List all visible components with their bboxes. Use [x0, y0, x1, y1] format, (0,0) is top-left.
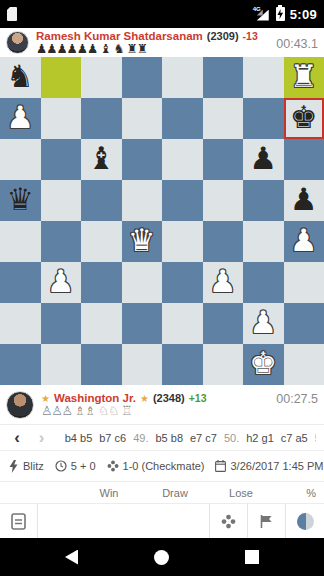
- square-b3[interactable]: ♟: [41, 262, 82, 303]
- square-b5[interactable]: [41, 180, 82, 221]
- document-icon: [11, 513, 26, 530]
- move-number: 49.: [133, 432, 148, 444]
- player-rating-black: (2309): [207, 30, 239, 42]
- clock-black: 00:43.1: [276, 37, 318, 51]
- home-button-icon[interactable]: [154, 550, 169, 565]
- status-bar: 4G 5:09: [0, 0, 324, 28]
- back-button-icon[interactable]: [65, 550, 78, 565]
- date-label: 3/26/2017 1:45 PM: [230, 460, 323, 472]
- move[interactable]: b4 b5: [65, 432, 93, 444]
- square-d2[interactable]: [122, 303, 163, 344]
- piece-black-king: ♚: [290, 102, 318, 133]
- next-move-button[interactable]: ›: [32, 427, 50, 449]
- status-clock: 5:09: [290, 7, 317, 22]
- date-item: 3/26/2017 1:45 PM: [215, 460, 323, 472]
- square-h8[interactable]: ♜: [284, 57, 324, 98]
- captured-pieces-white: ♙♙♙ ♗♗ ♘♘ ♖: [41, 404, 269, 417]
- square-c8[interactable]: [81, 57, 122, 98]
- move-number: 50.: [224, 432, 239, 444]
- square-c5[interactable]: [81, 180, 122, 221]
- captured-pieces-black: ♟♟♟♟♟♟ ♝ ♞ ♜♜: [36, 42, 269, 55]
- piece-white-pawn: ♟: [249, 307, 277, 338]
- square-b8[interactable]: [41, 57, 82, 98]
- piece-black-bishop: ♝: [87, 143, 115, 174]
- square-d6[interactable]: [122, 139, 163, 180]
- square-e2[interactable]: [162, 303, 203, 344]
- square-d3[interactable]: [122, 262, 163, 303]
- square-c6[interactable]: ♝: [81, 139, 122, 180]
- player-panel-white: ★ Washington Jr. ★ (2348) +13 ♙♙♙ ♗♗ ♘♘ …: [0, 385, 324, 425]
- clock-white: 00:27.5: [276, 392, 318, 406]
- square-e4[interactable]: [162, 221, 203, 262]
- square-c7[interactable]: [81, 98, 122, 139]
- square-b6[interactable]: [41, 139, 82, 180]
- star-icon: ★: [140, 393, 149, 404]
- square-c3[interactable]: [81, 262, 122, 303]
- avatar-black-player[interactable]: [6, 31, 29, 54]
- square-b4[interactable]: [41, 221, 82, 262]
- piece-white-pawn: ♟: [290, 225, 318, 256]
- android-nav-bar: [0, 538, 324, 576]
- game-info-row: Blitz 5 + 0 1-0 (Checkmate) 3/26/2017 1:…: [0, 451, 324, 482]
- calendar-icon: [215, 460, 226, 472]
- notes-button[interactable]: [0, 504, 38, 538]
- square-f4[interactable]: [203, 221, 244, 262]
- move-list-bar: ‹ › b4 b5b7 c649.b5 b8e7 c750.h2 g1c7 a5…: [0, 425, 324, 451]
- square-a8[interactable]: ♞: [0, 57, 41, 98]
- square-g4[interactable]: [243, 221, 284, 262]
- square-f6[interactable]: [203, 139, 244, 180]
- square-h3[interactable]: [284, 262, 324, 303]
- square-h7[interactable]: ♚: [284, 98, 324, 139]
- square-e3[interactable]: [162, 262, 203, 303]
- piece-white-pawn: ♟: [209, 266, 237, 297]
- prev-move-button[interactable]: ‹: [8, 427, 26, 449]
- square-c4[interactable]: [81, 221, 122, 262]
- square-a7[interactable]: ♟: [0, 98, 41, 139]
- square-a4[interactable]: [0, 221, 41, 262]
- square-g8[interactable]: [243, 57, 284, 98]
- square-b7[interactable]: [41, 98, 82, 139]
- piece-white-king: ♚: [249, 348, 277, 379]
- square-d5[interactable]: [122, 180, 163, 221]
- move[interactable]: b5 b8: [155, 432, 183, 444]
- piece-white-pawn: ♟: [47, 266, 75, 297]
- square-d1[interactable]: [122, 344, 163, 385]
- square-a2[interactable]: [0, 303, 41, 344]
- move-list[interactable]: b4 b5b7 c649.b5 b8e7 c750.h2 g1c7 a551.b…: [65, 432, 316, 444]
- square-h4[interactable]: ♟: [284, 221, 324, 262]
- toolbar-spacer: [38, 504, 210, 538]
- square-f3[interactable]: ♟: [203, 262, 244, 303]
- chess-board: ♞♜♟♚♝♟♛♟♛♟♟♟♟♚: [0, 57, 324, 385]
- player-panel-black: Ramesh Kumar Shatdarsanam (2309) -13 ♟♟♟…: [0, 28, 324, 57]
- piece-white-queen: ♛: [128, 225, 156, 256]
- square-h6[interactable]: [284, 139, 324, 180]
- square-h2[interactable]: [284, 303, 324, 344]
- speed-item: Blitz: [8, 460, 44, 473]
- square-b1[interactable]: [41, 344, 82, 385]
- piece-black-pawn: ♟: [290, 184, 318, 215]
- lightning-icon: [8, 460, 19, 473]
- flag-button[interactable]: [248, 504, 286, 538]
- tournament-button[interactable]: [210, 504, 248, 538]
- square-h1[interactable]: [284, 344, 324, 385]
- square-e1[interactable]: [162, 344, 203, 385]
- square-b2[interactable]: [41, 303, 82, 344]
- piece-white-rook: ♜: [290, 61, 318, 92]
- square-d4[interactable]: ♛: [122, 221, 163, 262]
- piece-black-knight: ♞: [6, 61, 34, 92]
- signal-strength-icon: 4G: [254, 8, 269, 21]
- square-d7[interactable]: [122, 98, 163, 139]
- rating-delta-white: +13: [189, 392, 207, 404]
- square-f1[interactable]: [203, 344, 244, 385]
- square-h5[interactable]: ♟: [284, 180, 324, 221]
- square-a6[interactable]: [0, 139, 41, 180]
- player-rating-white: (2348): [153, 392, 185, 404]
- crosstable-percent-col: %: [274, 487, 324, 499]
- cluster-icon: [107, 460, 119, 472]
- crosstable-lose-col: Lose: [208, 487, 274, 499]
- bottom-toolbar: [0, 504, 324, 538]
- result-label: 1-0 (Checkmate): [123, 460, 205, 472]
- square-g2[interactable]: ♟: [243, 303, 284, 344]
- half-circle-icon: [297, 513, 314, 530]
- square-a1[interactable]: [0, 344, 41, 385]
- square-d8[interactable]: [122, 57, 163, 98]
- result-item: 1-0 (Checkmate): [107, 460, 205, 472]
- network-type-label: 4G: [253, 6, 261, 12]
- clock-icon: [55, 460, 67, 472]
- piece-black-queen: ♛: [6, 184, 34, 215]
- crosstable-win-col: Win: [76, 487, 142, 499]
- square-f5[interactable]: [203, 180, 244, 221]
- square-g7[interactable]: [243, 98, 284, 139]
- crosstable-draw-col: Draw: [142, 487, 208, 499]
- move-number: 51.: [315, 432, 316, 444]
- move[interactable]: h2 g1: [246, 432, 274, 444]
- piece-black-pawn: ♟: [249, 143, 277, 174]
- flag-icon: [259, 514, 274, 529]
- square-a5[interactable]: ♛: [0, 180, 41, 221]
- speed-label: Blitz: [23, 460, 44, 472]
- crosstable-header: Win Draw Lose %: [0, 482, 324, 504]
- square-g5[interactable]: [243, 180, 284, 221]
- square-g6[interactable]: ♟: [243, 139, 284, 180]
- time-control-label: 5 + 0: [71, 460, 96, 472]
- square-e8[interactable]: [162, 57, 203, 98]
- rating-delta-black: -13: [243, 30, 258, 42]
- square-f8[interactable]: [203, 57, 244, 98]
- square-g3[interactable]: [243, 262, 284, 303]
- avatar-white-player[interactable]: [6, 391, 34, 419]
- recents-button-icon[interactable]: [245, 550, 259, 564]
- move[interactable]: c7 a5: [281, 432, 308, 444]
- square-f2[interactable]: [203, 303, 244, 344]
- sd-card-icon: [7, 7, 17, 21]
- square-a3[interactable]: [0, 262, 41, 303]
- move[interactable]: e7 c7: [190, 432, 217, 444]
- square-g1[interactable]: ♚: [243, 344, 284, 385]
- square-e7[interactable]: [162, 98, 203, 139]
- piece-white-pawn: ♟: [6, 102, 34, 133]
- square-c1[interactable]: [81, 344, 122, 385]
- board-theme-toggle[interactable]: [286, 504, 324, 538]
- battery-charging-icon: [276, 7, 285, 21]
- square-e6[interactable]: [162, 139, 203, 180]
- time-control-item: 5 + 0: [55, 460, 96, 472]
- cluster-icon: [221, 514, 236, 529]
- square-f7[interactable]: [203, 98, 244, 139]
- square-e5[interactable]: [162, 180, 203, 221]
- chess-game-screen: 4G 5:09 Ramesh Kumar Shatdarsanam (2309)…: [0, 0, 324, 576]
- square-c2[interactable]: [81, 303, 122, 344]
- move[interactable]: b7 c6: [99, 432, 126, 444]
